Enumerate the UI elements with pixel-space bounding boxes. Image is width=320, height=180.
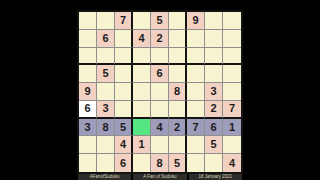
cell-r7c5[interactable]: 4 xyxy=(151,119,169,137)
cell-r1c2[interactable] xyxy=(97,12,115,30)
cell-r6c7[interactable] xyxy=(187,101,205,119)
cell-r4c3[interactable] xyxy=(115,65,133,83)
cell-r3c6[interactable] xyxy=(169,48,187,66)
footer-bar: AFanofSudoku A Fan of Sudoku 18 January … xyxy=(77,174,243,180)
cell-r9c8[interactable] xyxy=(205,154,223,172)
cell-r2c4[interactable]: 4 xyxy=(133,30,151,48)
cell-r4c7[interactable] xyxy=(187,65,205,83)
cell-r7c6[interactable]: 2 xyxy=(169,119,187,137)
cell-r3c1[interactable] xyxy=(79,48,97,66)
cell-r5c8[interactable]: 3 xyxy=(205,83,223,101)
cell-r3c4[interactable] xyxy=(133,48,151,66)
cell-r3c3[interactable] xyxy=(115,48,133,66)
sudoku-board: 759642569836327385427614156854 AFanofSud… xyxy=(77,10,243,180)
cell-r1c9[interactable] xyxy=(223,12,241,30)
cell-r1c1[interactable] xyxy=(79,12,97,30)
cell-r9c1[interactable] xyxy=(79,154,97,172)
sudoku-grid: 759642569836327385427614156854 xyxy=(77,10,243,174)
cell-r6c4[interactable] xyxy=(133,101,151,119)
cell-r8c2[interactable] xyxy=(97,136,115,154)
cell-r6c8[interactable]: 2 xyxy=(205,101,223,119)
cell-r1c5[interactable]: 5 xyxy=(151,12,169,30)
cell-r5c5[interactable] xyxy=(151,83,169,101)
cell-r2c5[interactable]: 2 xyxy=(151,30,169,48)
cell-r8c6[interactable] xyxy=(169,136,187,154)
cell-r1c3[interactable]: 7 xyxy=(115,12,133,30)
cell-r4c5[interactable]: 6 xyxy=(151,65,169,83)
cell-r2c9[interactable] xyxy=(223,30,241,48)
cell-r9c9[interactable]: 4 xyxy=(223,154,241,172)
cell-r7c9[interactable]: 1 xyxy=(223,119,241,137)
cell-r7c1[interactable]: 3 xyxy=(79,119,97,137)
cell-r2c3[interactable] xyxy=(115,30,133,48)
cell-r1c7[interactable]: 9 xyxy=(187,12,205,30)
cell-r7c4[interactable] xyxy=(133,119,151,137)
cell-r7c3[interactable]: 5 xyxy=(115,119,133,137)
cell-r1c4[interactable] xyxy=(133,12,151,30)
cell-r6c5[interactable] xyxy=(151,101,169,119)
cell-r2c2[interactable]: 6 xyxy=(97,30,115,48)
cell-r9c3[interactable]: 6 xyxy=(115,154,133,172)
cell-r5c6[interactable]: 8 xyxy=(169,83,187,101)
cell-r9c5[interactable]: 8 xyxy=(151,154,169,172)
cell-r5c3[interactable] xyxy=(115,83,133,101)
cell-r9c7[interactable] xyxy=(187,154,205,172)
cell-r9c2[interactable] xyxy=(97,154,115,172)
cell-r6c6[interactable] xyxy=(169,101,187,119)
cell-r5c7[interactable] xyxy=(187,83,205,101)
cell-r2c6[interactable] xyxy=(169,30,187,48)
cell-r2c7[interactable] xyxy=(187,30,205,48)
cell-r3c7[interactable] xyxy=(187,48,205,66)
cell-r2c8[interactable] xyxy=(205,30,223,48)
cell-r4c4[interactable] xyxy=(133,65,151,83)
cell-r3c8[interactable] xyxy=(205,48,223,66)
cell-r7c2[interactable]: 8 xyxy=(97,119,115,137)
cell-r8c7[interactable] xyxy=(187,136,205,154)
cell-r3c9[interactable] xyxy=(223,48,241,66)
cell-r8c8[interactable]: 5 xyxy=(205,136,223,154)
cell-r6c3[interactable] xyxy=(115,101,133,119)
cell-r3c5[interactable] xyxy=(151,48,169,66)
cell-r8c4[interactable]: 1 xyxy=(133,136,151,154)
cell-r6c1[interactable]: 6 xyxy=(79,101,97,119)
cell-r2c1[interactable] xyxy=(79,30,97,48)
cell-r4c1[interactable] xyxy=(79,65,97,83)
cell-r8c1[interactable] xyxy=(79,136,97,154)
cell-r5c9[interactable] xyxy=(223,83,241,101)
footer-author-center: A Fan of Sudoku xyxy=(133,174,186,180)
cell-r7c7[interactable]: 7 xyxy=(187,119,205,137)
cell-r4c2[interactable]: 5 xyxy=(97,65,115,83)
cell-r9c6[interactable]: 5 xyxy=(169,154,187,172)
cell-r6c9[interactable]: 7 xyxy=(223,101,241,119)
footer-author-left: AFanofSudoku xyxy=(78,174,131,180)
cell-r4c9[interactable] xyxy=(223,65,241,83)
cell-r7c8[interactable]: 6 xyxy=(205,119,223,137)
cell-r8c5[interactable] xyxy=(151,136,169,154)
cell-r4c8[interactable] xyxy=(205,65,223,83)
screen: 759642569836327385427614156854 AFanofSud… xyxy=(0,0,320,180)
cell-r9c4[interactable] xyxy=(133,154,151,172)
footer-date: 18 January 2021 xyxy=(189,174,242,180)
cell-r5c4[interactable] xyxy=(133,83,151,101)
cell-r8c3[interactable]: 4 xyxy=(115,136,133,154)
cell-r3c2[interactable] xyxy=(97,48,115,66)
cell-r5c1[interactable]: 9 xyxy=(79,83,97,101)
cell-r6c2[interactable]: 3 xyxy=(97,101,115,119)
cell-r1c8[interactable] xyxy=(205,12,223,30)
cell-r8c9[interactable] xyxy=(223,136,241,154)
cell-r1c6[interactable] xyxy=(169,12,187,30)
cell-r5c2[interactable] xyxy=(97,83,115,101)
cell-r4c6[interactable] xyxy=(169,65,187,83)
